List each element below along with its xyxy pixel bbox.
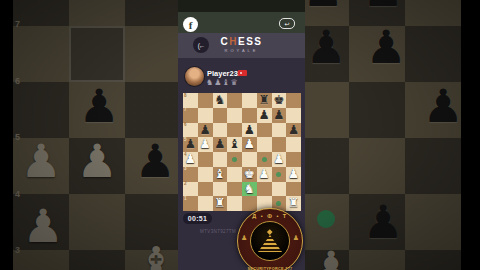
stream-pill-icon[interactable]: ↩ [279,18,295,29]
rank-label-1: 1 [184,197,187,202]
square-g2[interactable] [272,182,287,197]
square-a1[interactable]: 1 [183,196,198,211]
facebook-icon[interactable]: f [183,17,198,32]
bg-white-pawn: ♟ [76,138,117,184]
facebook-letter: f [189,19,193,31]
square-b3[interactable] [198,167,213,182]
square-c8[interactable]: ♞ [213,93,228,108]
square-e6[interactable]: ♟ [242,123,257,138]
square-c5[interactable]: ♟ [213,137,228,152]
square-b4[interactable] [198,152,213,167]
square-b7[interactable] [198,108,213,123]
chess-board[interactable]: 8♞♜♚7♟♟6♟♟♟5♟♟♟♝♟4♟♟3♝♚♟♟2♞1♜♜ [183,93,301,211]
white-pawn: ♟ [259,168,270,181]
bg-black-pawn: ♟ [365,24,406,70]
badge-ornament-left-icon: ♟ [241,235,247,242]
square-c3[interactable]: ♝ [213,167,228,182]
bg-rank-label-7: 7 [15,19,20,29]
black-rook: ♜ [259,94,270,107]
black-bishop: ♝ [229,138,240,151]
square-e2[interactable]: ♞ [242,182,257,197]
square-e1[interactable] [242,196,257,211]
black-king: ♚ [273,94,284,107]
bg-highlight-square [69,26,125,82]
square-h8[interactable] [286,93,301,108]
square-h4[interactable] [286,152,301,167]
square-h3[interactable]: ♟ [286,167,301,182]
bg-black-pawn: ♟ [305,24,346,70]
square-c4[interactable] [213,152,228,167]
square-d3[interactable] [227,167,242,182]
badge-center [250,221,290,261]
square-d4[interactable] [227,152,242,167]
move-hint-dot[interactable] [232,157,237,162]
white-pawn: ♟ [200,138,211,151]
pyramid-capstone-icon [268,229,273,234]
bg-black-pawn: ♟ [422,83,463,129]
white-king: ♚ [244,168,255,181]
square-e3[interactable]: ♚ [242,167,257,182]
black-pawn: ♟ [288,124,299,137]
square-g8[interactable]: ♚ [272,93,287,108]
square-d2[interactable] [227,182,242,197]
bg-black-pawn: ♟ [362,199,403,245]
square-g4[interactable]: ♟ [272,152,287,167]
bg-rank-label-6: 6 [15,76,20,86]
square-g6[interactable] [272,123,287,138]
bg-white-pawn: ♟ [20,138,61,184]
bg-black-pawn: ♟ [78,83,119,129]
square-a2[interactable]: 2 [183,182,198,197]
bg-rank-label-5: 5 [15,132,20,142]
move-hint-dot[interactable] [262,157,267,162]
white-pawn: ♟ [244,138,255,151]
black-pawn: ♟ [244,124,255,137]
app-header: CHESS ROYALE (← [178,33,305,58]
square-g7[interactable]: ♟ [272,108,287,123]
player-avatar[interactable] [185,67,204,86]
square-g3[interactable] [272,167,287,182]
player-flag-icon [238,70,247,76]
square-a8[interactable]: 8 [183,93,198,108]
square-d7[interactable] [227,108,242,123]
status-strip [178,0,305,12]
square-g5[interactable] [272,137,287,152]
bg-black-pawn: ♟ [134,138,175,184]
captured-bishop-icon: ♝ [222,78,230,87]
bg-black-pawn: ♟ [362,0,403,13]
phone-app: f ↩ CHESS ROYALE (← Player235 ♞♟♝♛ 8♞♜♚7… [178,0,305,270]
square-d5[interactable]: ♝ [227,137,242,152]
square-d8[interactable] [227,93,242,108]
square-a6[interactable]: 6 [183,123,198,138]
square-a3[interactable]: 3 [183,167,198,182]
badge-ornament-right-icon: ♟ [293,235,299,242]
square-e7[interactable] [242,108,257,123]
rank-label-7: 7 [184,108,187,113]
left-black-bar [0,0,13,270]
channel-badge: Д • Ф • Т ♟ ♟ SECURITYFORCE 777 [237,208,303,270]
back-button[interactable]: (← [193,37,209,53]
watermark-text: MTV3N7927TM [200,229,236,234]
square-f3[interactable]: ♟ [257,167,272,182]
square-b5[interactable]: ♟ [198,137,213,152]
square-c7[interactable] [213,108,228,123]
square-b6[interactable]: ♟ [198,123,213,138]
black-pawn: ♟ [200,124,211,137]
rank-label-5: 5 [184,138,187,143]
pyramid-icon [258,235,282,252]
bg-rank-label-3: 3 [15,245,20,255]
white-bishop: ♝ [214,168,225,181]
square-a4[interactable]: 4♟ [183,152,198,167]
square-h1[interactable]: ♜ [286,196,301,211]
black-pawn: ♟ [273,109,284,122]
captured-queen-icon: ♛ [231,78,239,87]
square-b1[interactable] [198,196,213,211]
square-f2[interactable] [257,182,272,197]
square-c1[interactable]: ♜ [213,196,228,211]
square-h5[interactable] [286,137,301,152]
black-knight: ♞ [214,94,225,107]
rank-label-2: 2 [184,182,187,187]
player-name: Player235 [207,69,242,78]
bg-rank-label-4: 4 [15,189,20,199]
square-e5[interactable]: ♟ [242,137,257,152]
bg-black-pawn: ♟ [302,0,343,13]
rank-label-8: 8 [184,94,187,99]
square-c6[interactable] [213,123,228,138]
square-a5[interactable]: 5♟ [183,137,198,152]
white-rook: ♜ [214,197,225,210]
rank-label-6: 6 [184,123,187,128]
logo-accent-letter: H [229,36,238,47]
timer-value: 00:51 [188,215,207,222]
pill-arrow-icon: ↩ [284,21,289,27]
bg-white-pawn: ♟ [310,245,351,270]
square-b8[interactable] [198,93,213,108]
white-knight: ♞ [244,183,255,196]
square-h7[interactable] [286,108,301,123]
badge-top-text: Д • Ф • Т [238,213,302,219]
white-pawn: ♟ [273,153,284,166]
rank-label-4: 4 [184,153,187,158]
move-hint-dot[interactable] [276,172,281,177]
right-black-bar [461,0,480,270]
rank-label-3: 3 [184,167,187,172]
bg-move-dot [317,210,335,228]
captured-knight-icon: ♞ [206,78,214,87]
exit-icon: (← [198,42,205,49]
game-timer: 00:51 [183,213,212,224]
square-f4[interactable] [257,152,272,167]
white-pawn: ♟ [288,168,299,181]
square-b2[interactable] [198,182,213,197]
square-f5[interactable] [257,137,272,152]
bg-white-bishop: ♝ [134,240,177,270]
square-h6[interactable]: ♟ [286,123,301,138]
bg-white-pawn: ♟ [22,203,63,249]
square-h2[interactable] [286,182,301,197]
square-f6[interactable] [257,123,272,138]
video-frame: 76543 ♟♟♟♟♟♟♟♟♟♟♟♝♟ f ↩ CHESS ROYALE (← … [0,0,480,270]
square-c2[interactable] [213,182,228,197]
square-f7[interactable]: ♟ [257,108,272,123]
square-e4[interactable] [242,152,257,167]
square-e8[interactable] [242,93,257,108]
move-hint-dot[interactable] [276,201,281,206]
white-rook: ♜ [288,197,299,210]
square-d1[interactable] [227,196,242,211]
black-pawn: ♟ [259,109,270,122]
square-a7[interactable]: 7 [183,108,198,123]
square-d6[interactable] [227,123,242,138]
badge-bottom-text: SECURITYFORCE 777 [238,267,302,270]
square-f8[interactable]: ♜ [257,93,272,108]
black-pawn: ♟ [214,138,225,151]
captured-pieces-row: ♞♟♝♛ [206,79,239,87]
